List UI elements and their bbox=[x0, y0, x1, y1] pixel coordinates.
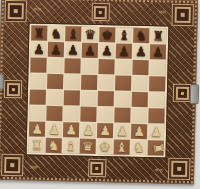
square-f6 bbox=[115, 59, 131, 74]
square-a3 bbox=[29, 105, 45, 120]
square-g4 bbox=[132, 92, 148, 107]
piece-dark-pawn-d7: ♟ bbox=[84, 43, 96, 58]
square-d3 bbox=[80, 107, 96, 122]
piece-dark-pawn-f7: ♟ bbox=[118, 43, 130, 58]
metal-clasp-icon bbox=[190, 84, 199, 104]
square-f4 bbox=[115, 91, 131, 106]
square-b2: ♟ bbox=[46, 122, 62, 137]
square-b5 bbox=[47, 74, 63, 89]
square-f5 bbox=[115, 75, 131, 90]
piece-dark-pawn-h7: ♟ bbox=[152, 44, 164, 59]
square-a8: ♜ bbox=[31, 25, 47, 40]
chess-board-photo: »» «« »» «« ♜♞♝♛♚♝♞♜♟♟♟♟♟♟♟♟♟♟♟♟♟♟♟♟♜♞♝♛… bbox=[0, 0, 200, 189]
piece-light-knight-b1: ♞ bbox=[48, 138, 60, 153]
piece-light-pawn-h2: ♟ bbox=[150, 124, 162, 139]
square-f3 bbox=[114, 107, 130, 122]
square-h4 bbox=[149, 92, 165, 107]
piece-light-pawn-f2: ♟ bbox=[116, 123, 128, 138]
square-d4 bbox=[81, 91, 97, 106]
square-e1: ♚ bbox=[97, 139, 113, 154]
square-h8: ♜ bbox=[150, 28, 166, 43]
piece-light-bishop-c1: ♝ bbox=[65, 138, 77, 153]
corner-medallion-bottom-right bbox=[168, 158, 190, 180]
square-d5 bbox=[81, 75, 97, 90]
piece-light-pawn-a2: ♟ bbox=[31, 122, 43, 137]
chevron-carving-icon: «« bbox=[154, 166, 162, 174]
piece-light-queen-d1: ♛ bbox=[82, 139, 94, 154]
square-g5 bbox=[132, 76, 148, 91]
square-c3 bbox=[63, 106, 79, 121]
square-h2: ♟ bbox=[148, 124, 164, 139]
square-g8: ♞ bbox=[133, 28, 149, 43]
square-c2: ♟ bbox=[63, 122, 79, 137]
square-g1: ♞ bbox=[131, 140, 147, 155]
square-c6 bbox=[64, 58, 80, 73]
square-d7: ♟ bbox=[82, 43, 98, 58]
piece-dark-rook-h8: ♜ bbox=[152, 28, 164, 43]
piece-dark-king-e8: ♚ bbox=[101, 27, 113, 42]
piece-dark-queen-d8: ♛ bbox=[84, 27, 96, 42]
square-c8: ♝ bbox=[65, 26, 81, 41]
piece-dark-bishop-c8: ♝ bbox=[67, 26, 79, 41]
square-g7: ♟ bbox=[133, 44, 149, 59]
piece-light-rook-a1: ♜ bbox=[31, 138, 43, 153]
square-b3 bbox=[46, 106, 62, 121]
piece-dark-rook-a8: ♜ bbox=[33, 26, 45, 41]
piece-dark-pawn-e7: ♟ bbox=[101, 43, 113, 58]
edge-medallion-bottom bbox=[88, 159, 106, 177]
square-h6 bbox=[149, 60, 165, 75]
piece-light-pawn-g2: ♟ bbox=[133, 124, 145, 139]
carved-wooden-board: »» «« »» «« ♜♞♝♛♚♝♞♜♟♟♟♟♟♟♟♟♟♟♟♟♟♟♟♟♜♞♝♛… bbox=[0, 0, 198, 184]
corner-medallion-top-left bbox=[5, 0, 27, 22]
square-f8: ♝ bbox=[116, 27, 132, 42]
piece-light-king-e1: ♚ bbox=[99, 139, 111, 154]
square-f1: ♝ bbox=[114, 139, 130, 154]
square-a1: ♜ bbox=[29, 137, 45, 152]
piece-light-knight-g1: ♞ bbox=[133, 140, 145, 155]
corner-medallion-top-right bbox=[171, 4, 193, 26]
square-a4 bbox=[30, 89, 46, 104]
square-b6 bbox=[47, 58, 63, 73]
edge-medallion-right bbox=[173, 84, 191, 102]
square-e8: ♚ bbox=[99, 27, 115, 42]
square-b1: ♞ bbox=[46, 138, 62, 153]
chessboard: ♜♞♝♛♚♝♞♜♟♟♟♟♟♟♟♟♟♟♟♟♟♟♟♟♜♞♝♛♚♝♞♜ bbox=[27, 23, 169, 157]
piece-dark-pawn-c7: ♟ bbox=[67, 42, 79, 57]
square-e7: ♟ bbox=[99, 43, 115, 58]
square-c4 bbox=[64, 90, 80, 105]
chevron-carving-icon: »» bbox=[33, 6, 41, 14]
square-d2: ♟ bbox=[80, 123, 96, 138]
square-g3 bbox=[131, 108, 147, 123]
piece-light-bishop-f1: ♝ bbox=[116, 139, 128, 154]
edge-medallion-top bbox=[91, 3, 109, 21]
square-f7: ♟ bbox=[116, 43, 132, 58]
piece-dark-bishop-f8: ♝ bbox=[118, 27, 130, 42]
square-d8: ♛ bbox=[82, 27, 98, 42]
piece-dark-pawn-g7: ♟ bbox=[135, 44, 147, 59]
square-h5 bbox=[149, 76, 165, 91]
piece-dark-pawn-b7: ♟ bbox=[50, 42, 62, 57]
piece-dark-knight-b8: ♞ bbox=[50, 26, 62, 41]
piece-light-pawn-d2: ♟ bbox=[82, 123, 94, 138]
square-b7: ♟ bbox=[48, 42, 64, 57]
square-b4 bbox=[47, 90, 63, 105]
piece-light-rook-h1: ♜ bbox=[151, 141, 168, 155]
square-c5 bbox=[64, 74, 80, 89]
chessboard-squares: ♜♞♝♛♚♝♞♜♟♟♟♟♟♟♟♟♟♟♟♟♟♟♟♟♜♞♝♛♚♝♞♜ bbox=[29, 25, 167, 155]
square-e4 bbox=[98, 91, 114, 106]
square-h1: ♜ bbox=[148, 140, 164, 155]
square-c1: ♝ bbox=[63, 138, 79, 153]
piece-light-pawn-b2: ♟ bbox=[48, 122, 60, 137]
square-a7: ♟ bbox=[31, 41, 47, 56]
square-e2: ♟ bbox=[97, 123, 113, 138]
square-f2: ♟ bbox=[114, 123, 130, 138]
chevron-carving-icon: «« bbox=[158, 8, 166, 16]
piece-light-pawn-e2: ♟ bbox=[99, 123, 111, 138]
square-c7: ♟ bbox=[65, 42, 81, 57]
square-g2: ♟ bbox=[131, 124, 147, 139]
square-e6 bbox=[98, 59, 114, 74]
square-g6 bbox=[132, 60, 148, 75]
corner-medallion-bottom-left bbox=[1, 154, 23, 176]
metal-hinge-icon bbox=[0, 74, 4, 90]
square-a5 bbox=[30, 73, 46, 88]
square-a2: ♟ bbox=[29, 121, 45, 136]
square-e3 bbox=[97, 107, 113, 122]
square-d6 bbox=[81, 59, 97, 74]
chevron-carving-icon: »» bbox=[29, 163, 37, 171]
piece-light-pawn-c2: ♟ bbox=[65, 122, 77, 137]
square-h7: ♟ bbox=[150, 44, 166, 59]
square-d1: ♛ bbox=[80, 139, 96, 154]
square-a6 bbox=[30, 57, 46, 72]
square-b8: ♞ bbox=[48, 26, 64, 41]
square-h3 bbox=[148, 108, 164, 123]
edge-medallion-left bbox=[4, 80, 22, 98]
piece-dark-pawn-a7: ♟ bbox=[33, 42, 45, 57]
square-e5 bbox=[98, 75, 114, 90]
piece-dark-knight-g8: ♞ bbox=[135, 28, 147, 43]
